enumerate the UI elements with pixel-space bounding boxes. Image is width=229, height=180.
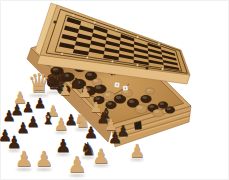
chess-piece-dark-pawn: ♟ (6, 134, 23, 151)
chess-piece-light-pawn: ♟ (46, 104, 61, 119)
chess-piece-dark-pawn: ♟ (69, 76, 83, 90)
chess-piece-light-queen: ♛ (26, 70, 52, 96)
chess-piece-dark-pawn: ♟ (2, 109, 17, 124)
chess-piece-dark-pawn: ♟ (33, 96, 47, 110)
chess-piece-dark-pawn: ♟ (64, 113, 79, 128)
chess-piece-light-pawn: ♟ (53, 116, 70, 133)
chess-piece-light-pawn: ♟ (14, 149, 35, 170)
chess-piece-dark-pawn: ♟ (57, 70, 70, 83)
scattered-chess-pieces: ♛♚♟♟♟♟♟♟♟♟♟♟♝♞♟♝♟♟♟♟♟♟♟♟♟♟♟♟♟♞♟♟♟♟ (0, 0, 229, 180)
chess-piece-light-pawn: ♟ (91, 146, 111, 166)
chess-piece-dark-pawn: ♟ (26, 115, 41, 130)
chess-piece-light-knight: ♞ (73, 111, 92, 130)
chess-piece-dark-bishop: ♝ (99, 106, 113, 120)
chess-piece-dark-pawn: ♟ (16, 121, 31, 136)
chess-piece-light-pawn: ♟ (12, 90, 28, 106)
chess-set-product-photo: ♛♚♟♟♟♟♟♟♟♟♟♟♝♞♟♝♟♟♟♟♟♟♟♟♟♟♟♟♟♞♟♟♟♟ (0, 0, 229, 180)
chess-piece-light-pawn: ♟ (66, 154, 88, 176)
chess-piece-dark-pawn: ♟ (21, 100, 35, 114)
chess-piece-dark-pawn: ♟ (83, 125, 99, 141)
chess-piece-light-pawn: ♟ (104, 118, 119, 133)
chess-piece-dark-pawn: ♟ (0, 128, 13, 144)
chess-piece-dark-pawn: ♟ (54, 137, 72, 155)
chess-piece-dark-pawn: ♟ (116, 124, 131, 139)
chess-piece-light-pawn: ♟ (58, 83, 72, 97)
chess-piece-light-pawn: ♟ (34, 149, 55, 170)
chess-piece-dark-pawn: ♟ (10, 103, 25, 118)
chess-piece-light-pawn: ♟ (78, 85, 93, 100)
chess-piece-dark-knight: ♞ (79, 140, 97, 158)
chess-piece-dark-pawn: ♟ (96, 111, 111, 126)
chess-piece-dark-king: ♚ (43, 67, 69, 93)
chess-piece-dark-bishop: ♝ (40, 111, 56, 127)
chess-piece-light-pawn: ♟ (128, 142, 146, 160)
chess-piece-light-pawn: ♟ (89, 100, 103, 114)
chess-piece-dark-pawn: ♟ (107, 130, 123, 146)
